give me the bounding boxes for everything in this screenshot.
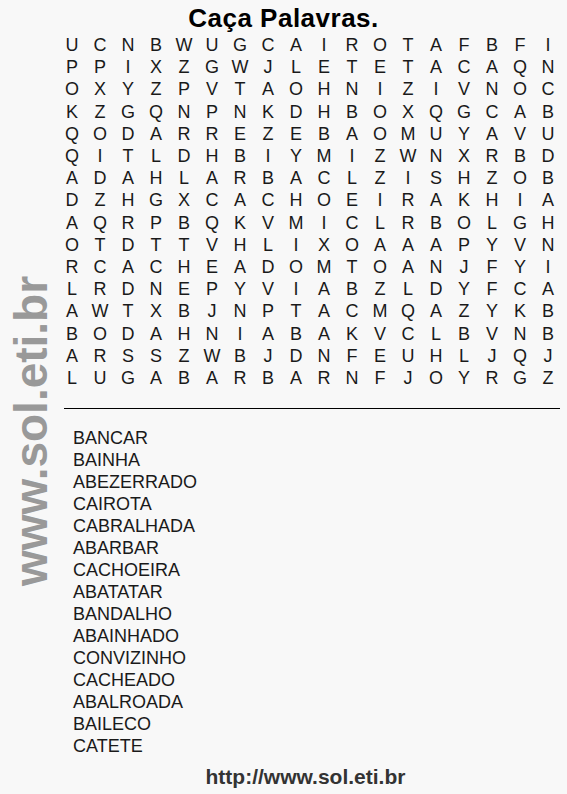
grid-cell[interactable]: F bbox=[478, 256, 506, 278]
grid-cell[interactable]: G bbox=[450, 101, 478, 123]
grid-cell[interactable]: R bbox=[478, 145, 506, 167]
grid-cell[interactable]: Q bbox=[394, 300, 422, 322]
grid-cell[interactable]: N bbox=[534, 234, 562, 256]
grid-cell[interactable]: N bbox=[198, 322, 226, 344]
grid-cell[interactable]: N bbox=[506, 322, 534, 344]
grid-cell[interactable]: A bbox=[478, 123, 506, 145]
grid-cell[interactable]: I bbox=[366, 189, 394, 211]
grid-cell[interactable]: C bbox=[506, 278, 534, 300]
grid-cell[interactable]: B bbox=[478, 34, 506, 56]
grid-cell[interactable]: T bbox=[86, 234, 114, 256]
grid-cell[interactable]: A bbox=[394, 256, 422, 278]
grid-cell[interactable]: C bbox=[310, 167, 338, 189]
grid-cell[interactable]: I bbox=[394, 167, 422, 189]
grid-cell[interactable]: O bbox=[58, 234, 86, 256]
grid-cell[interactable]: O bbox=[422, 367, 450, 389]
grid-cell[interactable]: X bbox=[86, 78, 114, 100]
grid-cell[interactable]: D bbox=[422, 278, 450, 300]
grid-cell[interactable]: U bbox=[58, 34, 86, 56]
grid-cell[interactable]: D bbox=[114, 322, 142, 344]
grid-cell[interactable]: C bbox=[86, 34, 114, 56]
grid-cell[interactable]: H bbox=[198, 145, 226, 167]
grid-cell[interactable]: A bbox=[254, 322, 282, 344]
grid-cell[interactable]: C bbox=[394, 322, 422, 344]
grid-cell[interactable]: K bbox=[450, 189, 478, 211]
word-list-item: ABARBAR bbox=[73, 537, 197, 559]
grid-cell[interactable]: V bbox=[198, 234, 226, 256]
grid-cell[interactable]: E bbox=[366, 345, 394, 367]
grid-cell[interactable]: C bbox=[338, 300, 366, 322]
grid-cell[interactable]: H bbox=[450, 167, 478, 189]
grid-cell[interactable]: U bbox=[422, 123, 450, 145]
grid-cell[interactable]: E bbox=[310, 56, 338, 78]
grid-cell[interactable]: I bbox=[310, 212, 338, 234]
grid-cell[interactable]: O bbox=[338, 234, 366, 256]
grid-cell[interactable]: K bbox=[506, 300, 534, 322]
side-watermark: www.sol.eti.br bbox=[4, 276, 58, 586]
grid-cell[interactable]: A bbox=[282, 367, 310, 389]
grid-cell[interactable]: S bbox=[114, 345, 142, 367]
grid-cell[interactable]: Y bbox=[282, 145, 310, 167]
grid-cell[interactable]: B bbox=[534, 167, 562, 189]
grid-cell[interactable]: A bbox=[282, 167, 310, 189]
grid-cell[interactable]: V bbox=[506, 123, 534, 145]
grid-cell[interactable]: C bbox=[338, 212, 366, 234]
grid-cell[interactable]: I bbox=[506, 189, 534, 211]
grid-cell[interactable]: A bbox=[310, 322, 338, 344]
word-list-item: ABALROADA bbox=[73, 691, 197, 713]
grid-cell[interactable]: I bbox=[310, 34, 338, 56]
grid-cell[interactable]: W bbox=[198, 345, 226, 367]
grid-cell[interactable]: Y bbox=[478, 234, 506, 256]
grid-cell[interactable]: O bbox=[366, 256, 394, 278]
grid-cell[interactable]: X bbox=[170, 189, 198, 211]
grid-cell[interactable]: Z bbox=[170, 56, 198, 78]
grid-cell[interactable]: E bbox=[198, 256, 226, 278]
grid-cell[interactable]: A bbox=[506, 101, 534, 123]
grid-cell[interactable]: G bbox=[114, 367, 142, 389]
grid-cell[interactable]: T bbox=[142, 234, 170, 256]
grid-cell[interactable]: W bbox=[226, 56, 254, 78]
grid-cell[interactable]: I bbox=[226, 322, 254, 344]
grid-cell[interactable]: O bbox=[282, 256, 310, 278]
grid-cell[interactable]: C bbox=[478, 101, 506, 123]
grid-cell[interactable]: P bbox=[58, 56, 86, 78]
grid-cell[interactable]: M bbox=[310, 145, 338, 167]
word-search-grid: UCNBWUGCAIROTAFBFIPPIXZGWJLETETACAQNOXYZ… bbox=[58, 34, 562, 389]
grid-cell[interactable]: G bbox=[142, 189, 170, 211]
grid-cell[interactable]: L bbox=[394, 278, 422, 300]
grid-cell[interactable]: B bbox=[58, 322, 86, 344]
grid-cell[interactable]: A bbox=[366, 234, 394, 256]
grid-cell[interactable]: L bbox=[422, 322, 450, 344]
grid-cell[interactable]: B bbox=[534, 101, 562, 123]
grid-cell[interactable]: T bbox=[226, 78, 254, 100]
word-list: BANCARBAINHAABEZERRADOCAIROTACABRALHADAA… bbox=[73, 427, 197, 757]
grid-cell[interactable]: O bbox=[86, 322, 114, 344]
grid-cell[interactable]: J bbox=[254, 345, 282, 367]
grid-cell[interactable]: N bbox=[422, 256, 450, 278]
grid-cell[interactable]: J bbox=[534, 345, 562, 367]
grid-cell[interactable]: X bbox=[310, 234, 338, 256]
grid-cell[interactable]: Z bbox=[142, 78, 170, 100]
grid-cell[interactable]: O bbox=[366, 123, 394, 145]
grid-cell[interactable]: J bbox=[394, 367, 422, 389]
grid-cell[interactable]: B bbox=[254, 367, 282, 389]
grid-cell[interactable]: B bbox=[226, 145, 254, 167]
grid-cell[interactable]: I bbox=[338, 145, 366, 167]
grid-cell[interactable]: G bbox=[226, 34, 254, 56]
grid-cell[interactable]: T bbox=[338, 256, 366, 278]
grid-cell[interactable]: L bbox=[478, 212, 506, 234]
grid-cell[interactable]: D bbox=[114, 123, 142, 145]
grid-cell[interactable]: B bbox=[282, 322, 310, 344]
grid-cell[interactable]: G bbox=[198, 56, 226, 78]
grid-cell[interactable]: J bbox=[450, 256, 478, 278]
grid-cell[interactable]: U bbox=[534, 123, 562, 145]
grid-cell[interactable]: R bbox=[338, 34, 366, 56]
grid-cell[interactable]: W bbox=[394, 145, 422, 167]
grid-cell[interactable]: B bbox=[142, 34, 170, 56]
grid-cell[interactable]: N bbox=[338, 78, 366, 100]
grid-cell[interactable]: X bbox=[450, 145, 478, 167]
grid-cell[interactable]: Z bbox=[534, 367, 562, 389]
grid-cell[interactable]: R bbox=[86, 345, 114, 367]
grid-cell[interactable]: A bbox=[254, 78, 282, 100]
grid-cell[interactable]: A bbox=[478, 56, 506, 78]
grid-cell[interactable]: C bbox=[254, 189, 282, 211]
grid-cell[interactable]: T bbox=[114, 300, 142, 322]
grid-cell[interactable]: B bbox=[170, 300, 198, 322]
grid-cell[interactable]: A bbox=[534, 278, 562, 300]
grid-cell[interactable]: U bbox=[86, 367, 114, 389]
grid-cell[interactable]: A bbox=[198, 167, 226, 189]
puzzle-page: Caça Palavras. www.sol.eti.br UCNBWUGCAI… bbox=[0, 0, 567, 794]
word-list-item: BAINHA bbox=[73, 449, 197, 471]
grid-cell[interactable]: I bbox=[86, 145, 114, 167]
grid-cell[interactable]: N bbox=[310, 345, 338, 367]
grid-cell[interactable]: H bbox=[226, 234, 254, 256]
grid-cell[interactable]: N bbox=[534, 56, 562, 78]
grid-cell[interactable]: P bbox=[254, 300, 282, 322]
grid-cell[interactable]: L bbox=[338, 167, 366, 189]
grid-cell[interactable]: O bbox=[506, 167, 534, 189]
grid-cell[interactable]: Z bbox=[478, 167, 506, 189]
grid-cell[interactable]: L bbox=[254, 234, 282, 256]
grid-cell[interactable]: O bbox=[58, 78, 86, 100]
grid-cell[interactable]: R bbox=[226, 367, 254, 389]
grid-cell[interactable]: Z bbox=[366, 167, 394, 189]
grid-cell[interactable]: M bbox=[366, 300, 394, 322]
grid-cell[interactable]: Y bbox=[450, 278, 478, 300]
grid-cell[interactable]: I bbox=[254, 145, 282, 167]
grid-cell[interactable]: Z bbox=[366, 278, 394, 300]
grid-cell[interactable]: X bbox=[142, 300, 170, 322]
word-list-item: CABRALHADA bbox=[73, 515, 197, 537]
grid-cell[interactable]: Q bbox=[86, 212, 114, 234]
grid-cell[interactable]: Q bbox=[506, 345, 534, 367]
grid-cell[interactable]: N bbox=[226, 101, 254, 123]
grid-cell[interactable]: A bbox=[226, 256, 254, 278]
grid-cell[interactable]: A bbox=[142, 123, 170, 145]
grid-cell[interactable]: V bbox=[254, 212, 282, 234]
grid-cell[interactable]: R bbox=[86, 278, 114, 300]
grid-cell[interactable]: Z bbox=[450, 300, 478, 322]
grid-cell[interactable]: L bbox=[58, 278, 86, 300]
grid-cell[interactable]: F bbox=[478, 278, 506, 300]
word-list-item: CAIROTA bbox=[73, 493, 197, 515]
grid-cell[interactable]: I bbox=[422, 78, 450, 100]
grid-cell[interactable]: R bbox=[226, 167, 254, 189]
grid-cell[interactable]: F bbox=[506, 34, 534, 56]
grid-cell[interactable]: V bbox=[198, 78, 226, 100]
grid-cell[interactable]: J bbox=[478, 345, 506, 367]
grid-cell[interactable]: I bbox=[366, 78, 394, 100]
grid-cell[interactable]: I bbox=[534, 256, 562, 278]
grid-cell[interactable]: P bbox=[142, 212, 170, 234]
grid-cell[interactable]: A bbox=[422, 234, 450, 256]
grid-cell[interactable]: O bbox=[506, 78, 534, 100]
grid-cell[interactable]: R bbox=[198, 123, 226, 145]
grid-cell[interactable]: R bbox=[310, 367, 338, 389]
grid-cell[interactable]: O bbox=[282, 78, 310, 100]
grid-cell[interactable]: A bbox=[338, 123, 366, 145]
grid-cell[interactable]: A bbox=[422, 189, 450, 211]
word-list-item: ABAINHADO bbox=[73, 625, 197, 647]
grid-cell[interactable]: B bbox=[310, 123, 338, 145]
grid-cell[interactable]: L bbox=[450, 345, 478, 367]
grid-cell[interactable]: L bbox=[58, 367, 86, 389]
grid-cell[interactable]: A bbox=[310, 278, 338, 300]
grid-cell[interactable]: N bbox=[170, 101, 198, 123]
grid-cell[interactable]: D bbox=[534, 145, 562, 167]
grid-cell[interactable]: K bbox=[338, 322, 366, 344]
grid-cell[interactable]: K bbox=[254, 101, 282, 123]
grid-cell[interactable]: T bbox=[282, 300, 310, 322]
word-list-item: CACHEADO bbox=[73, 669, 197, 691]
grid-cell[interactable]: L bbox=[282, 56, 310, 78]
grid-cell[interactable]: P bbox=[198, 278, 226, 300]
grid-cell[interactable]: Y bbox=[226, 278, 254, 300]
grid-cell[interactable]: E bbox=[338, 189, 366, 211]
grid-cell[interactable]: A bbox=[422, 56, 450, 78]
grid-cell[interactable]: G bbox=[506, 367, 534, 389]
grid-cell[interactable]: P bbox=[86, 56, 114, 78]
grid-cell[interactable]: T bbox=[114, 145, 142, 167]
grid-cell[interactable]: U bbox=[198, 34, 226, 56]
grid-cell[interactable]: N bbox=[338, 367, 366, 389]
grid-cell[interactable]: S bbox=[142, 345, 170, 367]
grid-cell[interactable]: B bbox=[422, 212, 450, 234]
grid-cell[interactable]: T bbox=[170, 234, 198, 256]
grid-cell[interactable]: R bbox=[114, 212, 142, 234]
grid-cell[interactable]: I bbox=[114, 56, 142, 78]
grid-cell[interactable]: M bbox=[282, 212, 310, 234]
grid-cell[interactable]: T bbox=[394, 34, 422, 56]
grid-cell[interactable]: N bbox=[114, 34, 142, 56]
grid-cell[interactable]: H bbox=[114, 189, 142, 211]
grid-cell[interactable]: B bbox=[534, 322, 562, 344]
grid-cell[interactable]: H bbox=[310, 101, 338, 123]
grid-cell[interactable]: Z bbox=[86, 189, 114, 211]
grid-cell[interactable]: N bbox=[142, 278, 170, 300]
grid-cell[interactable]: H bbox=[422, 345, 450, 367]
grid-cell[interactable]: P bbox=[450, 234, 478, 256]
grid-cell[interactable]: R bbox=[394, 212, 422, 234]
grid-cell[interactable]: A bbox=[58, 167, 86, 189]
grid-cell[interactable]: F bbox=[450, 34, 478, 56]
grid-cell[interactable]: X bbox=[142, 56, 170, 78]
grid-cell[interactable]: D bbox=[170, 145, 198, 167]
grid-cell[interactable]: C bbox=[254, 34, 282, 56]
grid-cell[interactable]: L bbox=[170, 167, 198, 189]
grid-cell[interactable]: D bbox=[86, 167, 114, 189]
grid-cell[interactable]: L bbox=[142, 145, 170, 167]
grid-cell[interactable]: K bbox=[58, 101, 86, 123]
grid-cell[interactable]: H bbox=[142, 167, 170, 189]
grid-cell[interactable]: H bbox=[478, 189, 506, 211]
grid-cell[interactable]: D bbox=[114, 278, 142, 300]
grid-cell[interactable]: B bbox=[338, 101, 366, 123]
grid-cell[interactable]: B bbox=[170, 212, 198, 234]
grid-cell[interactable]: F bbox=[366, 367, 394, 389]
grid-cell[interactable]: A bbox=[198, 367, 226, 389]
grid-cell[interactable]: B bbox=[226, 345, 254, 367]
grid-cell[interactable]: H bbox=[170, 322, 198, 344]
grid-cell[interactable]: C bbox=[86, 256, 114, 278]
grid-cell[interactable]: V bbox=[366, 322, 394, 344]
grid-cell[interactable]: V bbox=[478, 322, 506, 344]
grid-cell[interactable]: G bbox=[114, 101, 142, 123]
grid-cell[interactable]: T bbox=[394, 56, 422, 78]
grid-cell[interactable]: B bbox=[254, 167, 282, 189]
grid-cell[interactable]: D bbox=[254, 256, 282, 278]
grid-cell[interactable]: B bbox=[506, 145, 534, 167]
grid-cell[interactable]: G bbox=[506, 212, 534, 234]
grid-cell[interactable]: C bbox=[534, 78, 562, 100]
grid-cell[interactable]: R bbox=[478, 367, 506, 389]
grid-cell[interactable]: A bbox=[534, 189, 562, 211]
grid-cell[interactable]: D bbox=[282, 101, 310, 123]
grid-cell[interactable]: Z bbox=[394, 78, 422, 100]
grid-cell[interactable]: Y bbox=[450, 123, 478, 145]
grid-cell[interactable]: R bbox=[394, 189, 422, 211]
grid-cell[interactable]: A bbox=[394, 234, 422, 256]
grid-cell[interactable]: S bbox=[422, 167, 450, 189]
grid-cell[interactable]: X bbox=[394, 101, 422, 123]
grid-cell[interactable]: I bbox=[282, 278, 310, 300]
grid-cell[interactable]: D bbox=[114, 234, 142, 256]
grid-cell[interactable]: A bbox=[114, 256, 142, 278]
grid-cell[interactable]: E bbox=[282, 123, 310, 145]
grid-cell[interactable]: P bbox=[198, 101, 226, 123]
grid-cell[interactable]: W bbox=[86, 300, 114, 322]
grid-cell[interactable]: Q bbox=[198, 212, 226, 234]
grid-cell[interactable]: V bbox=[450, 78, 478, 100]
grid-cell[interactable]: Q bbox=[58, 123, 86, 145]
grid-cell[interactable]: D bbox=[282, 345, 310, 367]
grid-cell[interactable]: H bbox=[170, 256, 198, 278]
grid-cell[interactable]: O bbox=[366, 34, 394, 56]
grid-cell[interactable]: N bbox=[226, 300, 254, 322]
grid-cell[interactable]: Z bbox=[366, 145, 394, 167]
grid-cell[interactable]: A bbox=[310, 300, 338, 322]
grid-cell[interactable]: A bbox=[142, 322, 170, 344]
grid-cell[interactable]: H bbox=[282, 189, 310, 211]
grid-cell[interactable]: J bbox=[254, 56, 282, 78]
grid-cell[interactable]: A bbox=[422, 300, 450, 322]
grid-cell[interactable]: R bbox=[170, 123, 198, 145]
grid-cell[interactable]: A bbox=[58, 212, 86, 234]
grid-cell[interactable]: A bbox=[58, 300, 86, 322]
grid-cell[interactable]: Z bbox=[86, 101, 114, 123]
grid-cell[interactable]: Q bbox=[58, 145, 86, 167]
grid-cell[interactable]: F bbox=[338, 345, 366, 367]
grid-cell[interactable]: O bbox=[450, 212, 478, 234]
grid-cell[interactable]: A bbox=[422, 34, 450, 56]
grid-cell[interactable]: H bbox=[310, 78, 338, 100]
grid-cell[interactable]: I bbox=[282, 234, 310, 256]
grid-cell[interactable]: B bbox=[170, 367, 198, 389]
grid-cell[interactable]: V bbox=[254, 278, 282, 300]
grid-cell[interactable]: Q bbox=[506, 56, 534, 78]
grid-cell[interactable]: R bbox=[58, 256, 86, 278]
grid-cell[interactable]: Q bbox=[422, 101, 450, 123]
grid-cell[interactable]: K bbox=[226, 212, 254, 234]
grid-cell[interactable]: Y bbox=[506, 256, 534, 278]
grid-cell[interactable]: N bbox=[478, 78, 506, 100]
grid-cell[interactable]: B bbox=[534, 300, 562, 322]
grid-cell[interactable]: J bbox=[198, 300, 226, 322]
grid-cell[interactable]: N bbox=[422, 145, 450, 167]
grid-cell[interactable]: P bbox=[170, 78, 198, 100]
grid-cell[interactable]: C bbox=[142, 256, 170, 278]
grid-cell[interactable]: D bbox=[58, 189, 86, 211]
grid-cell[interactable]: B bbox=[450, 322, 478, 344]
grid-cell[interactable]: M bbox=[394, 123, 422, 145]
grid-cell[interactable]: A bbox=[142, 367, 170, 389]
grid-cell[interactable]: O bbox=[310, 189, 338, 211]
grid-cell[interactable]: A bbox=[282, 34, 310, 56]
grid-cell[interactable]: Y bbox=[450, 367, 478, 389]
grid-cell[interactable]: A bbox=[114, 167, 142, 189]
grid-cell[interactable]: Y bbox=[114, 78, 142, 100]
grid-cell[interactable]: T bbox=[338, 56, 366, 78]
grid-cell[interactable]: A bbox=[226, 189, 254, 211]
grid-cell[interactable]: L bbox=[366, 212, 394, 234]
grid-cell[interactable]: C bbox=[198, 189, 226, 211]
grid-cell[interactable]: E bbox=[170, 278, 198, 300]
grid-cell[interactable]: A bbox=[58, 345, 86, 367]
grid-cell[interactable]: U bbox=[394, 345, 422, 367]
word-list-item: ABEZERRADO bbox=[73, 471, 197, 493]
grid-cell[interactable]: Y bbox=[478, 300, 506, 322]
grid-cell[interactable]: C bbox=[450, 56, 478, 78]
grid-cell[interactable]: H bbox=[534, 212, 562, 234]
grid-cell[interactable]: Z bbox=[170, 345, 198, 367]
grid-cell[interactable]: E bbox=[366, 56, 394, 78]
grid-cell[interactable]: I bbox=[534, 34, 562, 56]
grid-cell[interactable]: O bbox=[86, 123, 114, 145]
grid-cell[interactable]: Q bbox=[142, 101, 170, 123]
grid-cell[interactable]: O bbox=[366, 101, 394, 123]
grid-cell[interactable]: B bbox=[338, 278, 366, 300]
grid-cell[interactable]: V bbox=[506, 234, 534, 256]
grid-cell[interactable]: W bbox=[170, 34, 198, 56]
grid-cell[interactable]: Z bbox=[254, 123, 282, 145]
grid-cell[interactable]: E bbox=[226, 123, 254, 145]
grid-cell[interactable]: M bbox=[310, 256, 338, 278]
